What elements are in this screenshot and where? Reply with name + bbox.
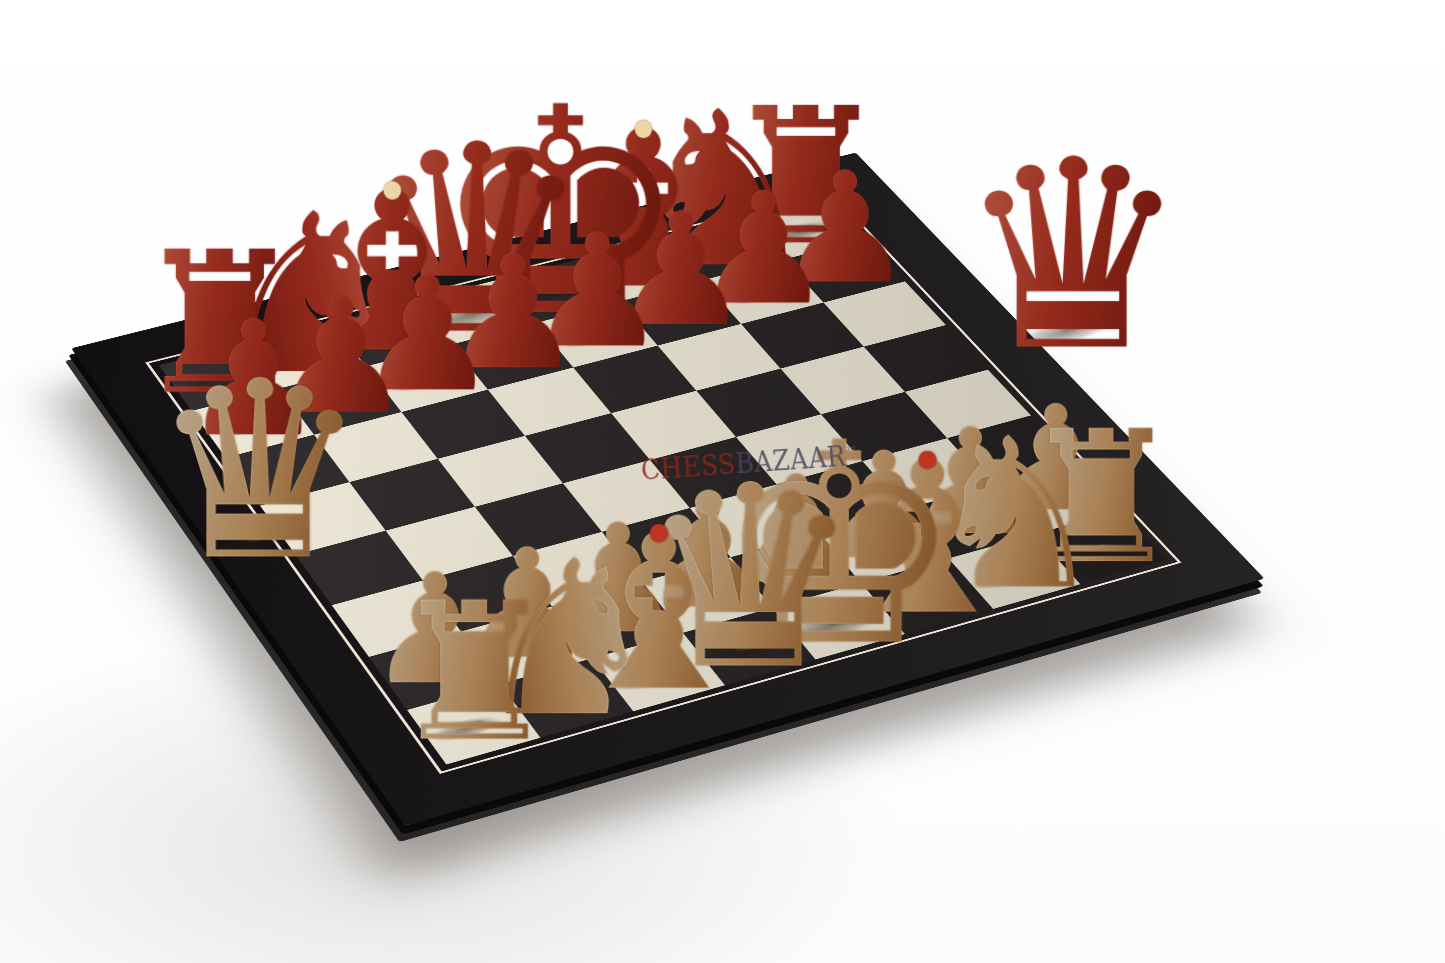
watermark-text-primary: CHESS [640, 448, 737, 486]
chess-board: ♜♞♝♛♚♝♞♜♟♟♟♟♟♟♟♟♟♟♟♟♟♟♟♟♜♞♝♛♚♝♞♜♛♛ [71, 153, 1264, 826]
red-extra-queen[interactable]: ♛ [956, 126, 1190, 387]
photo-stage: ♜♞♝♛♚♝♞♜♟♟♟♟♟♟♟♟♟♟♟♟♟♟♟♟♜♞♝♛♚♝♞♜♛♛ CHESS… [0, 0, 1445, 963]
scene-3d: ♜♞♝♛♚♝♞♜♟♟♟♟♟♟♟♟♟♟♟♟♟♟♟♟♜♞♝♛♚♝♞♜♛♛ [0, 0, 1445, 963]
trademark-symbol: ™ [845, 444, 857, 459]
